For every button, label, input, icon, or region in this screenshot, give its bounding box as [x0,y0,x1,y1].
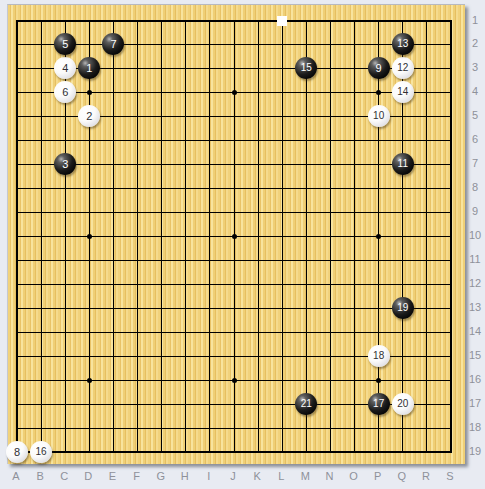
row-label-13: 13 [466,302,484,313]
stone-number: 15 [301,63,312,73]
stone-black-17[interactable]: 17 [368,393,390,415]
stone-black-9[interactable]: 9 [368,57,390,79]
stone-black-11[interactable]: 11 [392,153,414,175]
column-label-N: N [320,471,338,482]
stone-number: 2 [86,111,92,122]
column-label-Q: Q [393,471,411,482]
row-label-10: 10 [466,230,484,241]
stone-number: 6 [62,87,68,98]
go-board[interactable]: 123456789101112131415161718192021 [7,4,465,464]
star-point [232,234,237,239]
stone-number: 20 [397,399,408,409]
stone-number: 11 [398,159,408,169]
row-label-16: 16 [466,374,484,385]
row-label-6: 6 [466,134,484,145]
marker-square [277,16,287,26]
row-label-3: 3 [466,62,484,73]
column-label-B: B [31,471,49,482]
stone-number: 16 [36,447,47,457]
row-label-18: 18 [466,422,484,433]
row-label-15: 15 [466,350,484,361]
stone-number: 3 [62,159,68,170]
stone-number: 12 [397,63,408,73]
star-point [87,378,92,383]
stone-black-19[interactable]: 19 [392,297,414,319]
row-label-4: 4 [466,86,484,97]
stone-number: 14 [397,87,408,97]
stone-white-10[interactable]: 10 [368,105,390,127]
row-label-7: 7 [466,158,484,169]
stone-number: 17 [373,399,384,409]
stone-number: 1 [86,63,92,74]
stone-white-18[interactable]: 18 [368,345,390,367]
row-label-2: 2 [466,38,484,49]
stone-number: 19 [397,303,408,313]
stone-number: 10 [373,111,384,121]
column-label-H: H [176,471,194,482]
column-label-E: E [103,471,121,482]
column-label-C: C [55,471,73,482]
stone-number: 4 [62,63,68,74]
star-point [87,90,92,95]
stone-number: 13 [397,39,408,49]
row-label-14: 14 [466,326,484,337]
stone-white-16[interactable]: 16 [30,441,52,463]
column-label-D: D [79,471,97,482]
stone-white-8[interactable]: 8 [6,441,28,463]
row-label-19: 19 [466,446,484,457]
column-label-R: R [417,471,435,482]
row-label-11: 11 [466,254,484,265]
stone-number: 5 [62,39,68,50]
column-label-O: O [345,471,363,482]
row-label-8: 8 [466,182,484,193]
column-label-G: G [152,471,170,482]
stone-number: 21 [301,399,312,409]
row-label-17: 17 [466,398,484,409]
stone-number: 7 [110,39,116,50]
go-diagram-page: 123456789101112131415161718192021 123456… [0,0,485,489]
column-label-A: A [7,471,25,482]
column-label-I: I [200,471,218,482]
star-point [232,90,237,95]
star-point [376,378,381,383]
star-point [232,378,237,383]
column-label-S: S [441,471,459,482]
star-point [87,234,92,239]
column-label-P: P [369,471,387,482]
row-label-12: 12 [466,278,484,289]
stone-number: 8 [14,447,20,458]
stone-white-20[interactable]: 20 [392,393,414,415]
column-label-L: L [272,471,290,482]
row-label-5: 5 [466,110,484,121]
column-label-K: K [248,471,266,482]
stone-number: 9 [376,63,382,74]
column-label-F: F [128,471,146,482]
column-label-J: J [224,471,242,482]
row-label-1: 1 [466,15,484,26]
stone-number: 18 [373,351,384,361]
column-label-M: M [296,471,314,482]
star-point [376,234,381,239]
row-label-9: 9 [466,206,484,217]
